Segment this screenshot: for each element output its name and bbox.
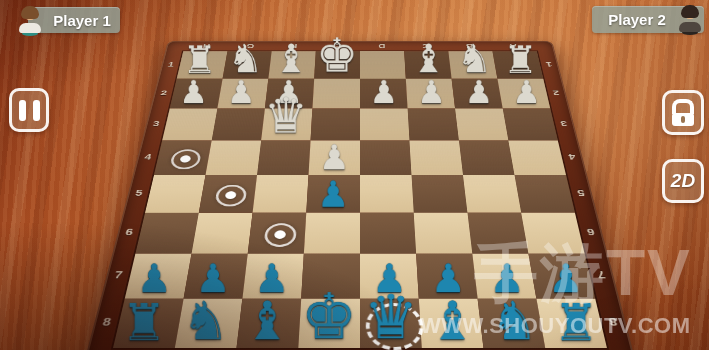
black-pawn-e5[interactable]: ♟ (306, 177, 360, 213)
move-hint-dot[interactable] (169, 149, 202, 169)
square-g5[interactable] (199, 175, 257, 213)
pause-button[interactable] (9, 88, 49, 132)
white-pawn-a2[interactable]: ♟ (503, 77, 551, 109)
square-b5[interactable] (463, 175, 521, 213)
view-2d-button[interactable]: 2D (662, 159, 704, 203)
square-f3[interactable]: ♛ (261, 108, 312, 140)
rank-label-right-3: 3 (555, 119, 573, 129)
lock-button[interactable] (662, 90, 704, 135)
rank-label-left-2: 2 (155, 88, 172, 97)
view-2d-label: 2D (671, 170, 695, 192)
square-a2[interactable]: ♟ (497, 79, 550, 109)
square-e4[interactable]: ♟ (309, 140, 360, 175)
square-g3[interactable] (212, 108, 265, 140)
lock-icon (672, 99, 694, 114)
square-e8[interactable]: ♚ (298, 299, 360, 348)
square-b4[interactable] (459, 140, 515, 175)
file-label-b: B (447, 42, 492, 49)
square-c4[interactable] (409, 140, 463, 175)
white-queen-f3[interactable]: ♛ (261, 92, 310, 141)
square-g4[interactable] (206, 140, 262, 175)
square-e3[interactable] (311, 108, 360, 140)
white-pawn-d2[interactable]: ♟ (360, 77, 408, 109)
file-label-f: F (272, 42, 317, 49)
rank-label-right-2: 2 (548, 88, 565, 97)
rank-label-left-5: 5 (129, 187, 149, 199)
square-b2[interactable]: ♟ (452, 79, 503, 109)
square-d2[interactable]: ♟ (360, 79, 408, 109)
rank-label-right-1: 1 (541, 60, 557, 69)
black-king-e8[interactable]: ♚ (298, 285, 360, 348)
square-b6[interactable] (467, 213, 528, 254)
square-e6[interactable] (304, 213, 360, 254)
square-a6[interactable] (521, 213, 584, 254)
white-pawn-b2[interactable]: ♟ (455, 77, 503, 109)
black-bishop-c8[interactable]: ♝ (422, 295, 484, 348)
black-knight-b8[interactable]: ♞ (483, 295, 545, 348)
rank-label-left-1: 1 (163, 60, 179, 69)
game-screen: HGFEDCBA 12345678 12345678 ♜♞♝♚♝♞♜♟♟♟♟♟♟… (0, 0, 709, 350)
rank-label-right-5: 5 (571, 187, 591, 199)
black-rook-a8[interactable]: ♜ (545, 297, 607, 348)
square-d5[interactable] (360, 175, 414, 213)
square-h4[interactable] (154, 140, 212, 175)
rank-label-right-6: 6 (580, 226, 601, 239)
pause-icon (19, 100, 26, 121)
white-king-e1[interactable]: ♚ (314, 32, 360, 79)
white-pawn-c2[interactable]: ♟ (408, 77, 456, 109)
move-hint-dot[interactable] (214, 185, 247, 207)
square-f4[interactable] (257, 140, 311, 175)
rank-label-left-6: 6 (119, 226, 140, 239)
file-label-c: C (404, 42, 449, 49)
square-c8[interactable]: ♝ (419, 299, 484, 348)
rank-label-right-7: 7 (591, 268, 613, 282)
square-h3[interactable] (162, 108, 217, 140)
file-label-e: E (316, 42, 360, 49)
rank-label-right-8: 8 (602, 314, 625, 330)
square-a8[interactable]: ♜ (536, 299, 606, 348)
square-c2[interactable]: ♟ (406, 79, 455, 109)
square-c6[interactable] (414, 213, 473, 254)
square-b3[interactable] (455, 108, 508, 140)
black-rook-h8[interactable]: ♜ (113, 297, 175, 348)
rank-label-right-4: 4 (563, 151, 582, 162)
white-pawn-h2[interactable]: ♟ (170, 77, 218, 109)
rank-label-left-3: 3 (147, 119, 165, 129)
square-c5[interactable] (411, 175, 467, 213)
file-label-d: D (360, 42, 404, 49)
square-d8[interactable]: ♛ (360, 299, 422, 348)
square-e5[interactable]: ♟ (306, 175, 360, 213)
player2-avatar (678, 5, 702, 32)
black-knight-g8[interactable]: ♞ (175, 295, 237, 348)
file-label-a: A (491, 42, 536, 49)
square-a3[interactable] (503, 108, 558, 140)
file-label-h: H (184, 42, 229, 49)
square-d6[interactable] (360, 213, 416, 254)
square-a5[interactable] (514, 175, 574, 213)
square-e2[interactable] (312, 79, 360, 109)
move-hint-dot[interactable] (263, 223, 296, 247)
square-d4[interactable] (360, 140, 411, 175)
black-bishop-f8[interactable]: ♝ (237, 295, 299, 348)
square-h8[interactable]: ♜ (113, 299, 183, 348)
player1-avatar (18, 6, 42, 33)
square-f8[interactable]: ♝ (237, 299, 302, 348)
rank-label-left-8: 8 (95, 314, 118, 330)
player1-name: Player 1 (48, 7, 116, 33)
file-label-g: G (228, 42, 273, 49)
black-queen-d8[interactable]: ♛ (360, 287, 422, 348)
square-h2[interactable]: ♟ (170, 79, 223, 109)
chess-board: HGFEDCBA 12345678 12345678 ♜♞♝♚♝♞♜♟♟♟♟♟♟… (82, 41, 638, 350)
white-pawn-e4[interactable]: ♟ (309, 141, 360, 175)
board-grid: ♜♞♝♚♝♞♜♟♟♟♟♟♟♟♛♟♟♟♟♟♟♟♟♟♜♞♝♚♛♝♞♜ (113, 51, 607, 348)
square-a4[interactable] (508, 140, 566, 175)
square-c3[interactable] (408, 108, 459, 140)
square-e1[interactable]: ♚ (314, 51, 360, 79)
square-h6[interactable] (135, 213, 198, 254)
square-f5[interactable] (253, 175, 309, 213)
square-f6[interactable] (248, 213, 307, 254)
rank-label-left-7: 7 (108, 268, 130, 282)
white-pawn-g2[interactable]: ♟ (217, 77, 265, 109)
square-a7[interactable]: ♟ (528, 254, 595, 299)
square-g8[interactable]: ♞ (175, 299, 243, 348)
square-b8[interactable]: ♞ (478, 299, 546, 348)
player2-name: Player 2 (598, 6, 676, 33)
square-h5[interactable] (145, 175, 205, 213)
square-d3[interactable] (360, 108, 409, 140)
square-g6[interactable] (192, 213, 253, 254)
rank-label-left-4: 4 (139, 151, 158, 162)
